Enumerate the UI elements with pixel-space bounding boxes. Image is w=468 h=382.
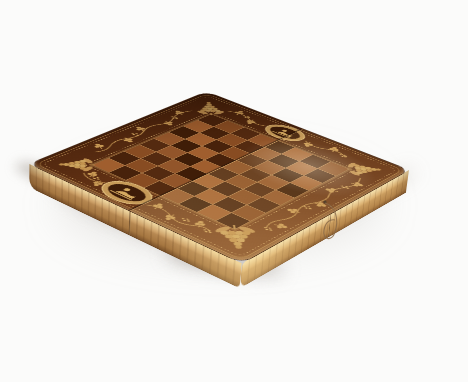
board-square[interactable] bbox=[211, 182, 243, 197]
chessboard-grid bbox=[93, 114, 349, 229]
board-square[interactable] bbox=[177, 181, 209, 196]
board-square[interactable] bbox=[217, 213, 250, 229]
board-square[interactable] bbox=[291, 176, 322, 190]
board-square[interactable] bbox=[232, 205, 265, 221]
board-top-surface bbox=[29, 92, 409, 264]
corner-fan-right bbox=[344, 162, 384, 177]
board-square[interactable] bbox=[229, 190, 261, 205]
board-square[interactable] bbox=[247, 198, 279, 213]
board-square[interactable] bbox=[214, 197, 246, 212]
board-square[interactable] bbox=[195, 189, 227, 204]
board-square[interactable] bbox=[244, 182, 276, 197]
photo-stage bbox=[0, 0, 468, 382]
board-square[interactable] bbox=[142, 166, 173, 180]
board-square[interactable] bbox=[226, 175, 257, 189]
corner-fan-near bbox=[212, 225, 261, 249]
board-square[interactable] bbox=[208, 167, 239, 181]
folding-chessboard bbox=[29, 92, 409, 264]
board-square[interactable] bbox=[262, 190, 294, 205]
corner-fan-left bbox=[59, 157, 95, 172]
board-square[interactable] bbox=[175, 167, 206, 181]
board-square[interactable] bbox=[144, 181, 176, 196]
board-square[interactable] bbox=[160, 174, 192, 188]
board-square[interactable] bbox=[109, 166, 141, 180]
board-square[interactable] bbox=[93, 158, 124, 172]
board-square[interactable] bbox=[162, 189, 194, 204]
board-square[interactable] bbox=[180, 197, 213, 212]
board-square[interactable] bbox=[127, 173, 159, 187]
board-square[interactable] bbox=[193, 174, 224, 188]
board-square[interactable] bbox=[277, 183, 308, 198]
board-square[interactable] bbox=[198, 205, 231, 221]
board-square[interactable] bbox=[258, 175, 289, 189]
